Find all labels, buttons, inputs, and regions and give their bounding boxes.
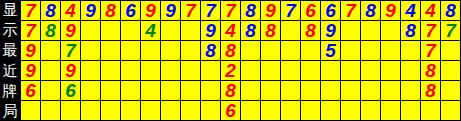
grid-cell: 4 <box>61 1 80 20</box>
grid-cell <box>181 61 200 80</box>
grid-cell <box>441 41 460 60</box>
grid-cell <box>101 21 120 40</box>
grid-cell: 7 <box>421 41 440 60</box>
title-char: 显 <box>0 0 20 20</box>
grid-cell: 7 <box>441 21 460 40</box>
grid-cell: 8 <box>261 21 280 40</box>
grid-cell <box>141 61 160 80</box>
grid-cell <box>361 21 380 40</box>
grid-cell <box>301 81 320 100</box>
grid-cell <box>241 41 260 60</box>
grid-cell: 8 <box>41 21 60 40</box>
grid-cell <box>281 21 300 40</box>
recent-games-board: 显 示 最 近 牌 局 7849869977789766789448789494… <box>0 0 461 121</box>
board-title-vertical: 显 示 最 近 牌 局 <box>0 0 20 121</box>
grid-cell: 9 <box>261 1 280 20</box>
grid-cell: 8 <box>41 1 60 20</box>
grid-cell <box>181 21 200 40</box>
grid-cell <box>281 101 300 120</box>
grid-cell: 9 <box>21 41 40 60</box>
grid-cell: 8 <box>221 41 240 60</box>
grid-cell: 7 <box>221 1 240 20</box>
grid-cell: 9 <box>61 61 80 80</box>
grid-cell <box>381 61 400 80</box>
grid-cell <box>341 21 360 40</box>
grid-cell <box>281 61 300 80</box>
grid-cell <box>81 41 100 60</box>
grid-cell <box>81 101 100 120</box>
grid-cell <box>421 101 440 120</box>
grid-cell <box>241 81 260 100</box>
grid-cell <box>301 101 320 120</box>
grid-cell: 5 <box>321 41 340 60</box>
grid-cell: 8 <box>201 41 220 60</box>
grid-cell: 6 <box>321 1 340 20</box>
grid-cell: 7 <box>201 1 220 20</box>
grid-cell <box>181 81 200 100</box>
grid-cell <box>121 21 140 40</box>
grid-cell <box>201 61 220 80</box>
title-char: 牌 <box>0 81 20 101</box>
grid-cell <box>321 61 340 80</box>
grid-cell: 4 <box>421 1 440 20</box>
grid-cell: 8 <box>421 61 440 80</box>
grid-cell <box>401 61 420 80</box>
grid-cell <box>41 81 60 100</box>
grid-cell: 8 <box>421 81 440 100</box>
grid-cell: 9 <box>321 21 340 40</box>
number-grid: 7849869977789766789448789494888987797885… <box>20 0 461 121</box>
grid-cell <box>321 101 340 120</box>
grid-cell: 4 <box>141 21 160 40</box>
grid-cell <box>61 101 80 120</box>
grid-cell <box>241 101 260 120</box>
grid-cell <box>121 81 140 100</box>
grid-cell <box>101 61 120 80</box>
grid-cell: 6 <box>61 81 80 100</box>
grid-cell <box>441 81 460 100</box>
grid-cell <box>121 41 140 60</box>
grid-cell <box>201 81 220 100</box>
grid-cell: 7 <box>181 1 200 20</box>
grid-cell <box>161 81 180 100</box>
grid-cell <box>141 41 160 60</box>
grid-cell: 8 <box>221 81 240 100</box>
grid-cell <box>41 41 60 60</box>
grid-cell <box>101 81 120 100</box>
grid-cell <box>401 81 420 100</box>
grid-cell <box>241 61 260 80</box>
grid-cell: 9 <box>141 1 160 20</box>
title-char: 近 <box>0 60 20 80</box>
grid-cell <box>161 61 180 80</box>
grid-cell: 6 <box>221 101 240 120</box>
grid-cell: 9 <box>61 21 80 40</box>
grid-cell <box>281 81 300 100</box>
title-char: 示 <box>0 20 20 40</box>
title-char: 局 <box>0 101 20 121</box>
grid-cell <box>341 101 360 120</box>
grid-cell <box>441 101 460 120</box>
grid-cell: 9 <box>81 1 100 20</box>
grid-cell <box>321 81 340 100</box>
grid-cell <box>161 41 180 60</box>
grid-cell: 7 <box>21 1 40 20</box>
grid-cell <box>361 101 380 120</box>
grid-cell <box>261 101 280 120</box>
grid-cell <box>301 41 320 60</box>
grid-cell: 7 <box>61 41 80 60</box>
grid-cell <box>181 101 200 120</box>
grid-cell <box>381 101 400 120</box>
grid-cell <box>381 21 400 40</box>
grid-cell: 8 <box>441 1 460 20</box>
grid-cell: 9 <box>381 1 400 20</box>
grid-cell: 4 <box>401 1 420 20</box>
grid-cell <box>281 41 300 60</box>
grid-cell <box>81 81 100 100</box>
grid-cell <box>261 41 280 60</box>
grid-cell: 7 <box>341 1 360 20</box>
grid-cell: 7 <box>281 1 300 20</box>
grid-cell <box>21 101 40 120</box>
grid-cell: 7 <box>21 21 40 40</box>
grid-cell <box>101 41 120 60</box>
grid-cell <box>401 41 420 60</box>
grid-cell <box>41 101 60 120</box>
grid-cell <box>161 101 180 120</box>
grid-cell: 8 <box>241 21 260 40</box>
grid-cell <box>121 61 140 80</box>
grid-cell <box>101 101 120 120</box>
grid-cell <box>341 81 360 100</box>
grid-cell <box>441 61 460 80</box>
grid-cell <box>41 61 60 80</box>
grid-cell <box>401 101 420 120</box>
grid-cell <box>141 81 160 100</box>
grid-cell: 9 <box>201 21 220 40</box>
grid-cell <box>141 101 160 120</box>
grid-cell <box>301 61 320 80</box>
grid-cell: 8 <box>301 21 320 40</box>
grid-cell <box>81 61 100 80</box>
grid-cell <box>121 101 140 120</box>
grid-cell <box>341 41 360 60</box>
grid-cell <box>161 21 180 40</box>
grid-cell: 8 <box>361 1 380 20</box>
grid-cell: 8 <box>401 21 420 40</box>
grid-cell: 9 <box>21 61 40 80</box>
grid-cell <box>341 61 360 80</box>
grid-cell <box>201 101 220 120</box>
grid-cell <box>81 21 100 40</box>
grid-cell: 6 <box>301 1 320 20</box>
grid-cell <box>261 81 280 100</box>
grid-cell: 8 <box>101 1 120 20</box>
grid-cell: 9 <box>161 1 180 20</box>
grid-cell <box>361 41 380 60</box>
grid-cell <box>361 61 380 80</box>
title-char: 最 <box>0 40 20 60</box>
grid-cell <box>261 61 280 80</box>
grid-cell <box>181 41 200 60</box>
grid-cell: 8 <box>241 1 260 20</box>
grid-cell <box>361 81 380 100</box>
grid-cell: 6 <box>121 1 140 20</box>
grid-cell: 2 <box>221 61 240 80</box>
grid-cell: 7 <box>421 21 440 40</box>
grid-cell: 6 <box>21 81 40 100</box>
grid-cell <box>381 81 400 100</box>
grid-cell: 4 <box>221 21 240 40</box>
grid-cell <box>381 41 400 60</box>
